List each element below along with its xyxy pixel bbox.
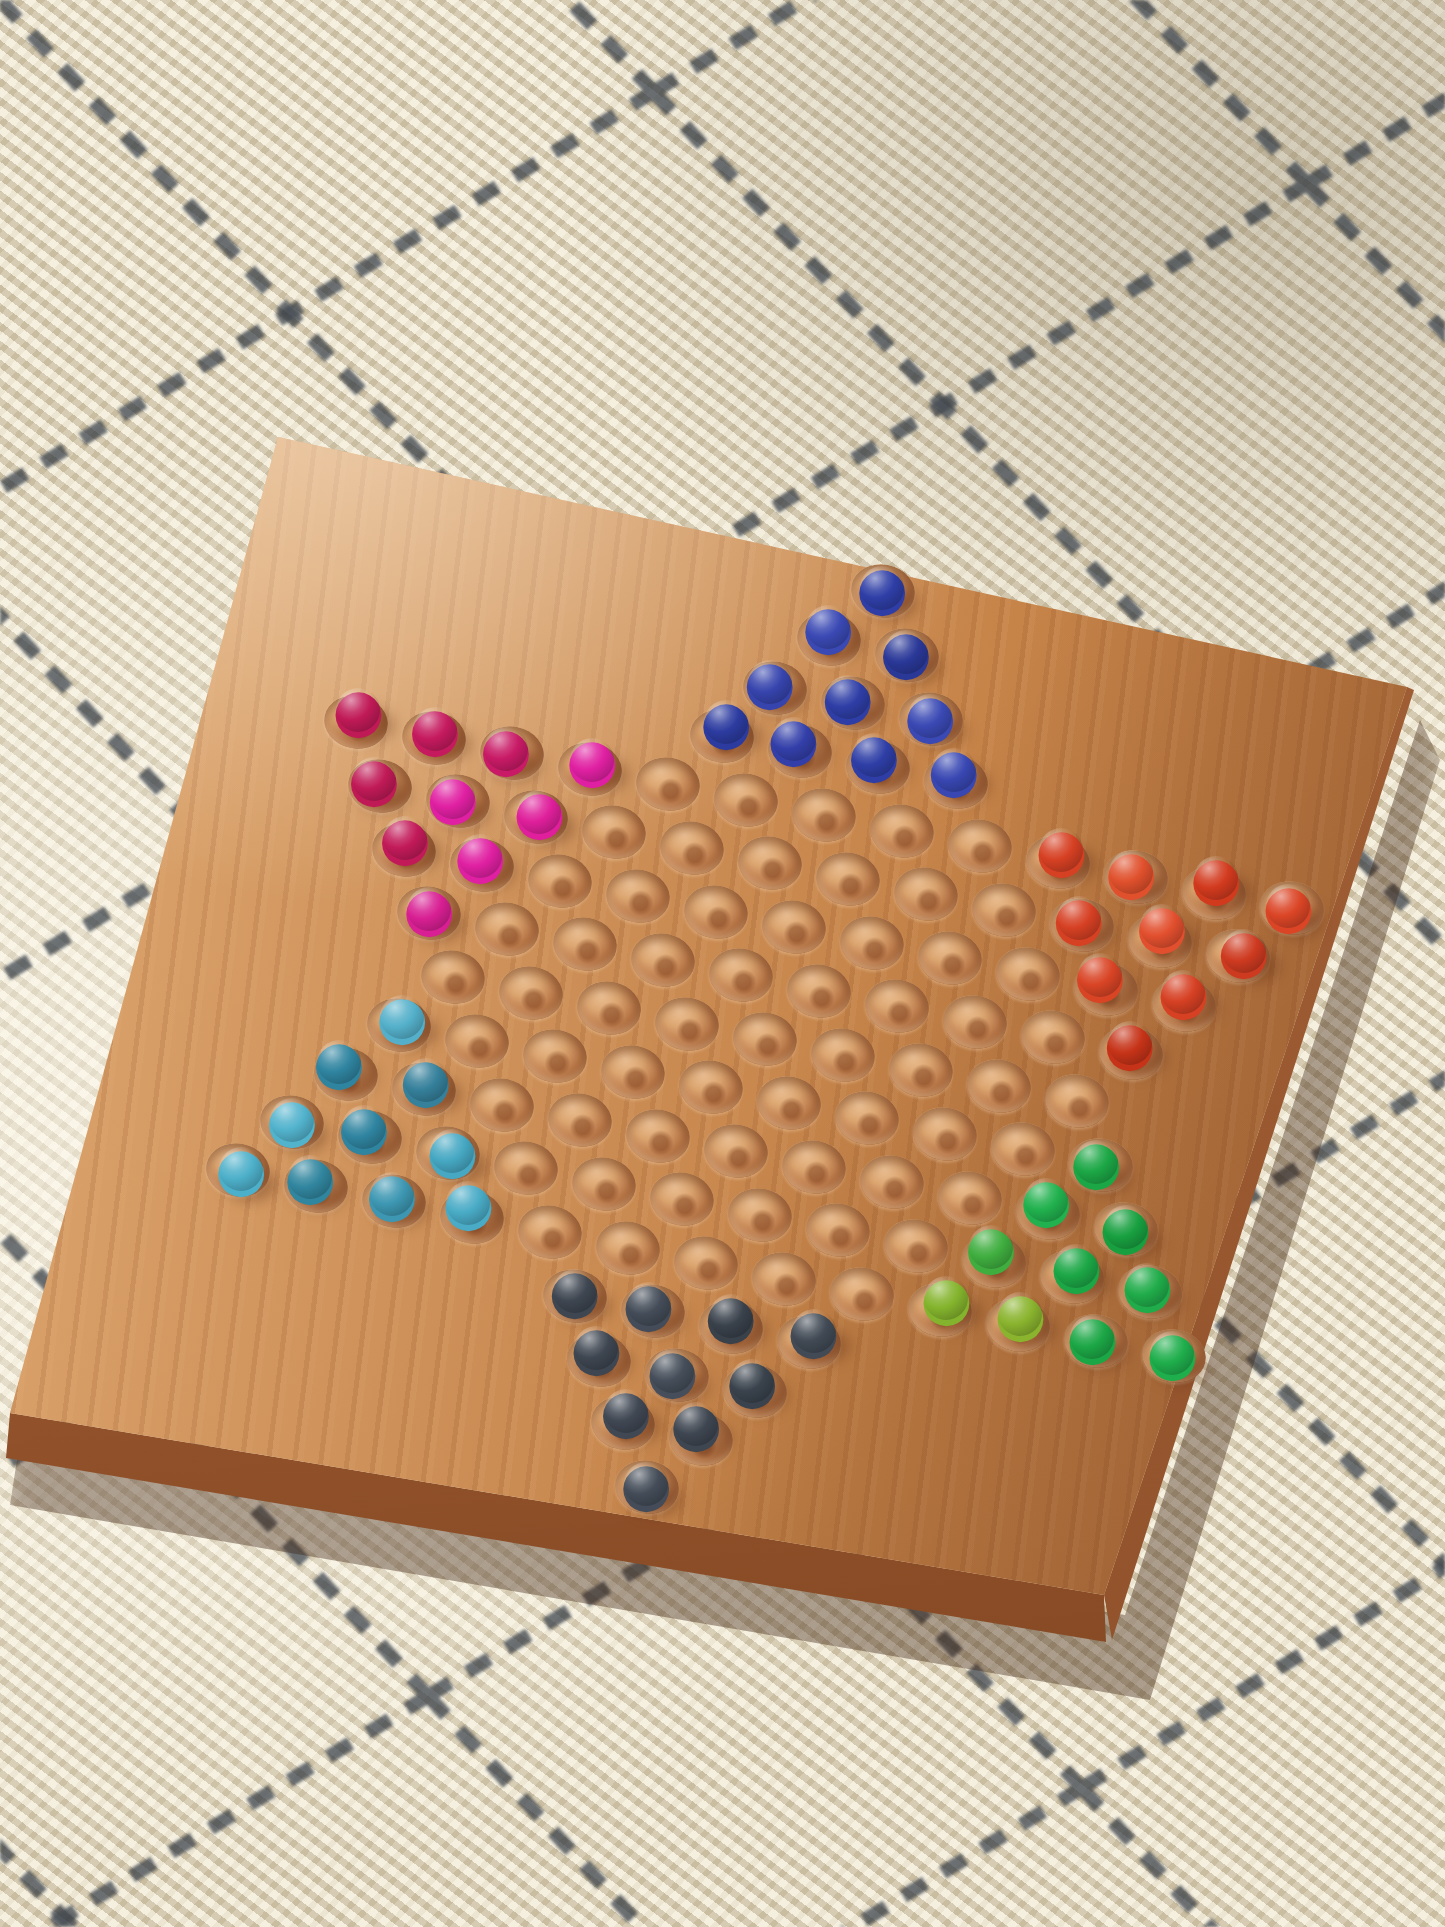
hole-r7-c1[interactable]	[470, 897, 543, 961]
marble-charcoal-0[interactable]: ●	[551, 1267, 599, 1315]
marble-blue-8[interactable]: ●	[850, 731, 898, 779]
marble-magenta-8[interactable]: ●	[456, 832, 504, 880]
marble-blue-6[interactable]: ●	[702, 698, 750, 746]
marble-teal-6[interactable]: ●	[217, 1145, 265, 1193]
hole-r6-c6[interactable]	[836, 910, 909, 974]
hole-r8-c7[interactable]	[963, 1053, 1036, 1117]
marble-blue-3[interactable]: ●	[746, 658, 794, 706]
marble-blue-0[interactable]: ●	[858, 564, 906, 612]
hole-r4-c5[interactable]	[709, 767, 782, 831]
hole-r5-c5[interactable]	[734, 831, 807, 895]
hole-r7-c7[interactable]	[938, 990, 1011, 1054]
marble-green-1[interactable]: ●	[1022, 1176, 1070, 1224]
hole-r12-c4[interactable]	[514, 1200, 587, 1264]
hole-r7-c4[interactable]	[704, 943, 777, 1007]
marble-red-1[interactable]: ●	[1107, 848, 1155, 896]
hole-r7-c6[interactable]	[860, 974, 933, 1038]
hole-r4-c4[interactable]	[631, 752, 704, 816]
hole-r11-c4[interactable]	[567, 1152, 640, 1216]
hole-r10-c4[interactable]	[621, 1103, 694, 1167]
marble-teal-1[interactable]: ●	[315, 1038, 363, 1086]
hole-r6-c4[interactable]	[680, 879, 753, 943]
marble-green-9[interactable]: ●	[1148, 1329, 1196, 1377]
hole-r9-c7[interactable]	[909, 1102, 982, 1166]
marble-red-9[interactable]: ●	[1106, 1019, 1154, 1067]
hole-r8-c2[interactable]	[573, 976, 646, 1040]
star-grid: ●●●●●●●●●●●●●●●●●●●●●●●●●●●●●●●●●●●●●●●●…	[0, 0, 1445, 1927]
hole-r8-c3[interactable]	[651, 991, 724, 1055]
hole-r11-c6[interactable]	[723, 1183, 796, 1247]
marble-charcoal-3[interactable]: ●	[790, 1307, 838, 1355]
hole-r9-c5[interactable]	[753, 1071, 826, 1135]
marble-magenta-4[interactable]: ●	[350, 755, 398, 803]
marble-red-8[interactable]: ●	[1159, 968, 1207, 1016]
hole-r10-c7[interactable]	[855, 1150, 928, 1214]
hole-r5-c8[interactable]	[968, 878, 1041, 942]
marble-red-7[interactable]: ●	[1076, 951, 1124, 999]
hole-r8-c8[interactable]	[1041, 1069, 1114, 1133]
marble-red-2[interactable]: ●	[1192, 854, 1240, 902]
marble-magenta-7[interactable]: ●	[381, 814, 429, 862]
hole-r9-c2[interactable]	[519, 1024, 592, 1088]
hole-r11-c7[interactable]	[801, 1198, 874, 1262]
marble-red-3[interactable]: ●	[1264, 882, 1312, 930]
marble-magenta-0[interactable]: ●	[334, 686, 382, 734]
hole-r10-c5[interactable]	[699, 1119, 772, 1183]
marble-teal-3[interactable]: ●	[268, 1096, 316, 1144]
hole-r11-c3[interactable]	[489, 1136, 562, 1200]
hole-r8-c6[interactable]	[885, 1038, 958, 1102]
marble-green-4[interactable]: ●	[1052, 1242, 1100, 1290]
marble-charcoal-6[interactable]: ●	[728, 1357, 776, 1405]
hole-r6-c5[interactable]	[758, 895, 831, 959]
hole-r6-c3[interactable]	[602, 864, 675, 928]
marble-charcoal-4[interactable]: ●	[572, 1324, 620, 1372]
marble-blue-5[interactable]: ●	[906, 692, 954, 740]
marble-green-2[interactable]: ●	[1102, 1203, 1150, 1251]
marble-blue-1[interactable]: ●	[804, 603, 852, 651]
marble-red-4[interactable]: ●	[1055, 894, 1103, 942]
marble-magenta-6[interactable]: ●	[515, 788, 563, 836]
marble-magenta-3[interactable]: ●	[568, 736, 616, 784]
marble-red-6[interactable]: ●	[1220, 927, 1268, 975]
marble-green-7[interactable]: ●	[996, 1290, 1044, 1338]
hole-r9-c6[interactable]	[831, 1086, 904, 1150]
marble-teal-7[interactable]: ●	[286, 1153, 334, 1201]
hole-r5-c6[interactable]	[812, 847, 885, 911]
marble-green-3[interactable]: ●	[967, 1223, 1015, 1271]
marble-magenta-5[interactable]: ●	[429, 773, 477, 821]
marble-teal-2[interactable]: ●	[402, 1056, 450, 1104]
hole-r4-c6[interactable]	[787, 783, 860, 847]
hole-r4-c7[interactable]	[865, 798, 938, 862]
marble-green-8[interactable]: ●	[1068, 1313, 1116, 1361]
marble-teal-4[interactable]: ●	[340, 1103, 388, 1151]
marble-charcoal-8[interactable]: ●	[672, 1400, 720, 1448]
hole-r7-c8[interactable]	[1016, 1005, 1089, 1069]
marble-green-0[interactable]: ●	[1072, 1138, 1120, 1186]
marble-blue-4[interactable]: ●	[824, 673, 872, 721]
hole-r4-c8[interactable]	[943, 814, 1016, 878]
marble-red-5[interactable]: ●	[1138, 902, 1186, 950]
marble-blue-2[interactable]: ●	[882, 628, 930, 676]
marble-blue-9[interactable]: ●	[930, 746, 978, 794]
hole-r10-c6[interactable]	[777, 1134, 850, 1198]
marble-magenta-2[interactable]: ●	[482, 725, 530, 773]
marble-red-0[interactable]: ●	[1037, 826, 1085, 874]
hole-r5-c3[interactable]	[578, 800, 651, 864]
hole-r9-c3[interactable]	[597, 1040, 670, 1104]
marble-charcoal-2[interactable]: ●	[707, 1292, 755, 1340]
marble-blue-7[interactable]: ●	[770, 715, 818, 763]
hole-r5-c7[interactable]	[890, 862, 963, 926]
hole-r10-c3[interactable]	[543, 1088, 616, 1152]
hole-r5-c4[interactable]	[656, 816, 729, 880]
hole-r7-c2[interactable]	[548, 912, 621, 976]
marble-magenta-1[interactable]: ●	[411, 705, 459, 753]
photo-scene: ●●●●●●●●●●●●●●●●●●●●●●●●●●●●●●●●●●●●●●●●…	[0, 0, 1445, 1927]
marble-charcoal-1[interactable]: ●	[625, 1280, 673, 1328]
marble-charcoal-7[interactable]: ●	[602, 1387, 650, 1435]
hole-r8-c5[interactable]	[807, 1022, 880, 1086]
hole-r8-c1[interactable]	[495, 960, 568, 1024]
hole-r7-c5[interactable]	[782, 959, 855, 1023]
marble-magenta-9[interactable]: ●	[405, 885, 453, 933]
marble-charcoal-9[interactable]: ●	[622, 1460, 670, 1508]
marble-green-5[interactable]: ●	[1123, 1261, 1171, 1309]
marble-teal-9[interactable]: ●	[444, 1179, 492, 1227]
hole-r6-c7[interactable]	[914, 926, 987, 990]
hole-r6-c2[interactable]	[524, 848, 597, 912]
marble-green-6[interactable]: ●	[922, 1274, 970, 1322]
marble-teal-8[interactable]: ●	[368, 1170, 416, 1218]
marble-teal-0[interactable]: ●	[378, 993, 426, 1041]
hole-r9-c4[interactable]	[675, 1055, 748, 1119]
hole-r8-c4[interactable]	[729, 1007, 802, 1071]
hole-r7-c3[interactable]	[626, 928, 699, 992]
hole-r11-c5[interactable]	[645, 1167, 718, 1231]
